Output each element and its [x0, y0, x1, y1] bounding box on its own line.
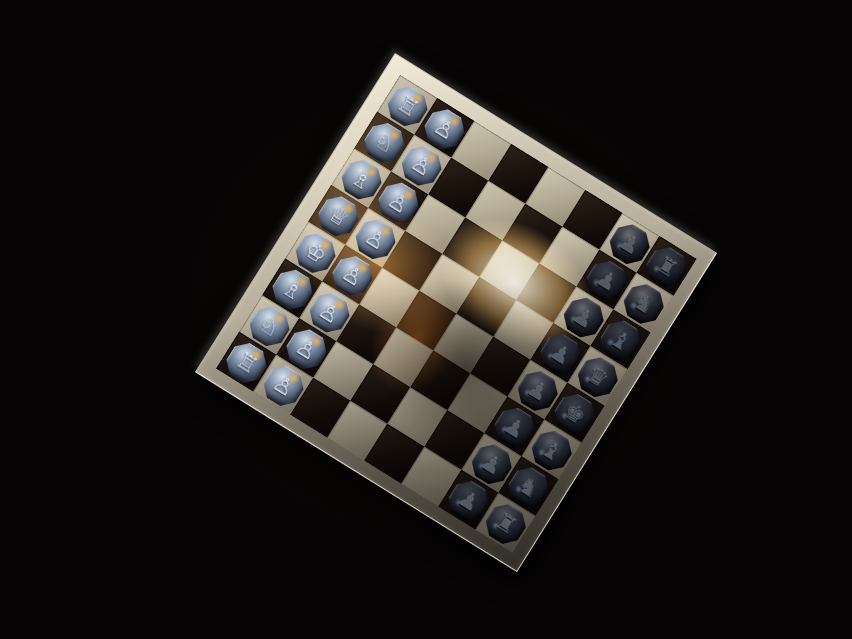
- piece-glyph: ♛: [579, 356, 616, 399]
- piece-glyph: ♘: [251, 305, 288, 348]
- piece-glyph: ♞: [625, 283, 662, 326]
- piece-glyph: ♜: [487, 503, 524, 546]
- piece-glyph: ♙: [403, 145, 440, 188]
- piece-glyph: ♙: [426, 108, 463, 151]
- piece-glyph: ♟: [473, 443, 510, 486]
- piece-glyph: ♟: [565, 296, 602, 339]
- piece-glyph: ♝: [602, 319, 639, 362]
- piece-glyph: ♖: [389, 85, 426, 128]
- photo-background: ♖♙♟♜♘♙♟♞♗♙♟♝♕♙♟♛♔♙♟♚♗♙♟♝♘♙♟♞♖♙♟♜: [0, 0, 852, 639]
- piece-glyph: ♝: [533, 429, 570, 472]
- piece-glyph: ♙: [380, 181, 417, 224]
- piece-glyph: ♗: [343, 158, 380, 201]
- piece-glyph: ♚: [556, 393, 593, 436]
- piece-glyph: ♞: [510, 466, 547, 509]
- piece-glyph: ♕: [320, 195, 357, 238]
- piece-glyph: ♟: [611, 223, 648, 266]
- piece-glyph: ♜: [648, 246, 685, 289]
- piece-glyph: ♔: [297, 232, 334, 275]
- piece-glyph: ♟: [450, 480, 487, 523]
- piece-glyph: ♟: [496, 406, 533, 449]
- piece-glyph: ♟: [542, 333, 579, 376]
- piece-glyph: ♟: [588, 260, 625, 303]
- piece-glyph: ♘: [366, 122, 403, 165]
- piece-glyph: ♖: [228, 342, 265, 385]
- piece-glyph: ♗: [274, 268, 311, 311]
- piece-glyph: ♙: [357, 218, 394, 261]
- piece-glyph: ♙: [311, 291, 348, 334]
- piece-glyph: ♟: [519, 370, 556, 413]
- piece-glyph: ♙: [265, 365, 302, 408]
- piece-glyph: ♙: [334, 255, 371, 298]
- piece-glyph: ♙: [288, 328, 325, 371]
